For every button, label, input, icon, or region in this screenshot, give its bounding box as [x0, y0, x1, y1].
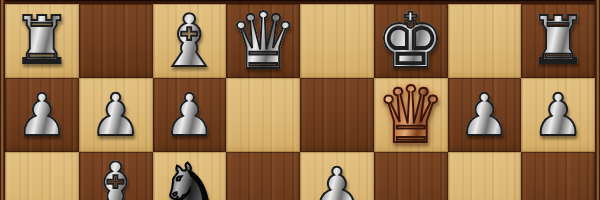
silver-pawn-e6[interactable]: ♟	[311, 152, 363, 200]
gunmetal-knight-c6[interactable]: ♞	[159, 152, 220, 200]
silver-queen-d8[interactable]: ♛	[228, 4, 298, 78]
silver-pawn-a7[interactable]: ♟	[16, 78, 68, 152]
square-g8[interactable]	[448, 4, 522, 78]
square-f7[interactable]: ♛	[374, 78, 448, 152]
silver-rook-a8[interactable]: ♜	[12, 4, 71, 78]
silver-bishop-b6[interactable]: ♝	[83, 152, 148, 200]
silver-king-f8[interactable]: ♚	[377, 4, 445, 78]
board-bezel-left	[0, 0, 5, 200]
square-h6[interactable]	[521, 152, 595, 200]
square-g7[interactable]: ♟	[448, 78, 522, 152]
square-e8[interactable]	[300, 4, 374, 78]
square-g6[interactable]	[448, 152, 522, 200]
silver-pawn-g7[interactable]: ♟	[458, 78, 510, 152]
square-c7[interactable]: ♟	[153, 78, 227, 152]
silver-rook-h8[interactable]: ♜	[529, 4, 588, 78]
square-d7[interactable]	[226, 78, 300, 152]
square-e6[interactable]: ♟	[300, 152, 374, 200]
square-d8[interactable]: ♛	[226, 4, 300, 78]
square-b6[interactable]: ♝	[79, 152, 153, 200]
board-bezel-right	[595, 0, 600, 200]
square-c8[interactable]: ♝	[153, 4, 227, 78]
square-c6[interactable]: ♞	[153, 152, 227, 200]
silver-pawn-b7[interactable]: ♟	[90, 78, 142, 152]
square-b8[interactable]	[79, 4, 153, 78]
silver-pawn-h7[interactable]: ♟	[532, 78, 584, 152]
square-h8[interactable]: ♜	[521, 4, 595, 78]
silver-bishop-c8[interactable]: ♝	[157, 4, 222, 78]
square-d6[interactable]	[226, 152, 300, 200]
silver-pawn-c7[interactable]: ♟	[163, 78, 215, 152]
square-e7[interactable]	[300, 78, 374, 152]
square-a7[interactable]: ♟	[5, 78, 79, 152]
square-f6[interactable]	[374, 152, 448, 200]
chess-board: ♜♝♛♚♜♟♟♟♛♟♟♝♞♟	[5, 4, 595, 200]
square-a8[interactable]: ♜	[5, 4, 79, 78]
chess-app-screenshot: ♜♝♛♚♜♟♟♟♛♟♟♝♞♟	[0, 0, 600, 200]
square-b7[interactable]: ♟	[79, 78, 153, 152]
square-h7[interactable]: ♟	[521, 78, 595, 152]
copper-queen-f7[interactable]: ♛	[376, 78, 446, 152]
square-f8[interactable]: ♚	[374, 4, 448, 78]
square-a6[interactable]	[5, 152, 79, 200]
